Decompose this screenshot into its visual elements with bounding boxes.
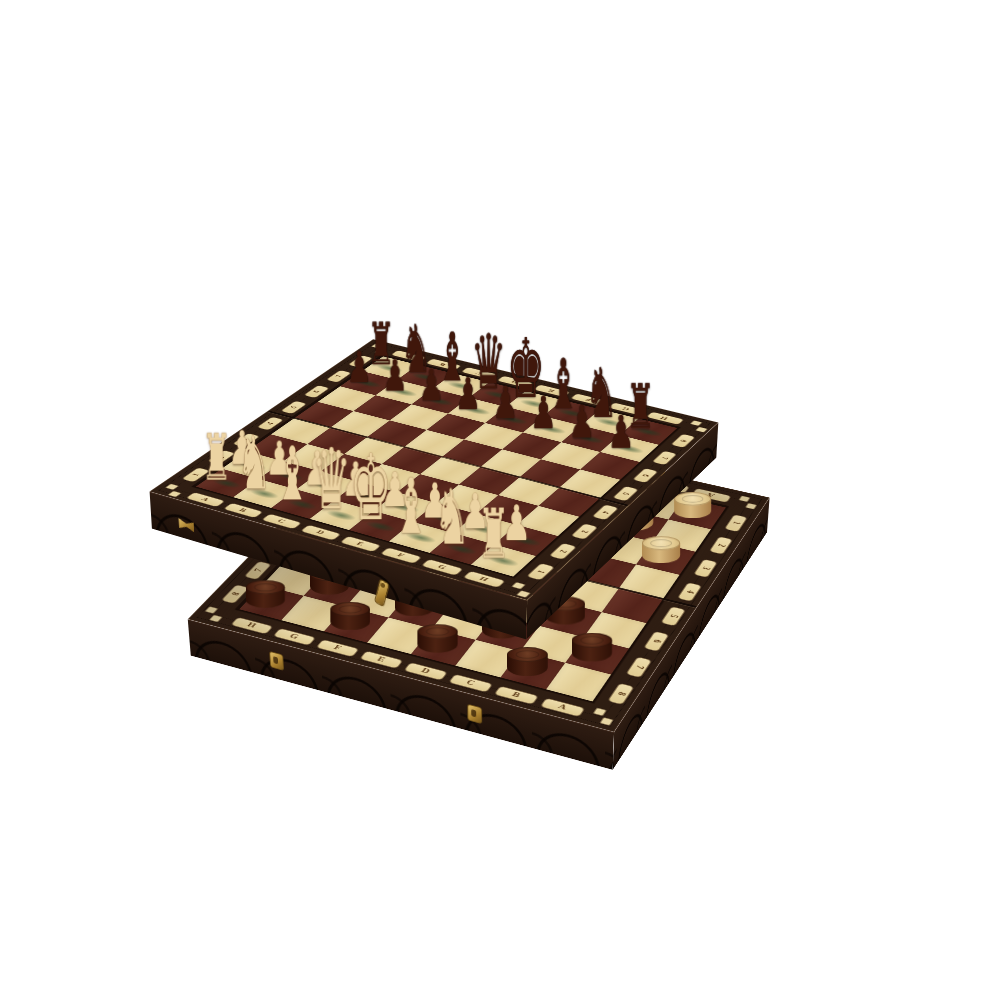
coordinate-label: 2 (708, 536, 732, 554)
coordinate-label: 3 (693, 558, 718, 577)
corner-inlay-tile (695, 427, 708, 433)
checker-top (417, 624, 457, 639)
coordinate-label: 1 (724, 514, 748, 532)
coordinate-text: 8 (229, 591, 240, 596)
coordinate-text: H (660, 416, 670, 421)
coordinate-text: 5 (620, 491, 630, 495)
square-h6 (580, 452, 640, 480)
checker-dark-h8 (246, 580, 285, 608)
corner-inlay-tile (209, 615, 223, 623)
coordinate-text: C (465, 679, 477, 687)
checker-top (330, 602, 370, 617)
coordinate-text: D (315, 529, 326, 535)
coordinate-text: B (439, 362, 448, 366)
coordinate-text: 1 (535, 569, 546, 574)
coordinate-text: 6 (312, 390, 321, 393)
checker-top (642, 536, 680, 550)
coordinate-label: 7 (625, 656, 652, 678)
coordinate-text: D (420, 667, 432, 675)
coordinate-text: 4 (684, 589, 695, 594)
coordinate-text: 8 (678, 439, 688, 443)
corner-inlay-tile (593, 707, 607, 716)
coordinate-text: G (288, 633, 300, 640)
checker-dark-f8 (330, 602, 370, 630)
coordinate-text: 3 (700, 566, 711, 571)
coordinate-text: A (706, 492, 716, 498)
coordinate-text: B (511, 691, 522, 699)
coordinate-text: B (238, 507, 249, 512)
coordinate-text: 6 (650, 638, 662, 643)
coordinate-text: F (584, 397, 593, 401)
square-a4 (619, 564, 679, 598)
coordinate-text: A (557, 703, 569, 711)
coordinate-text: 5 (667, 613, 679, 618)
coordinate-text: C (474, 371, 483, 375)
checker-light-a3 (642, 536, 680, 563)
rook-glyph: ♜ (468, 500, 520, 568)
coordinate-text: 8 (615, 691, 627, 697)
coordinate-text: 2 (557, 549, 568, 553)
coordinate-text: D (510, 379, 519, 383)
coordinate-text: G (436, 564, 448, 570)
corner-inlay-tile (599, 717, 613, 726)
brass-butterfly-hinge (179, 518, 195, 532)
coordinate-text: E (547, 388, 556, 392)
checker-top (507, 647, 548, 662)
coordinate-label: 7 (243, 561, 271, 580)
coordinate-label: 6 (643, 631, 669, 652)
square-h5 (560, 469, 621, 498)
coordinate-text: A (404, 354, 413, 358)
coordinate-text: 7 (334, 374, 343, 377)
coordinate-text: E (355, 541, 366, 547)
coordinate-text: G (622, 406, 632, 411)
coordinate-text: 5 (289, 405, 299, 409)
square-a8 (546, 663, 611, 702)
checker-top (572, 633, 613, 648)
coordinate-text: E (376, 656, 387, 663)
piece-light-rook-h1: ♜ (459, 492, 529, 568)
coordinate-text: C (276, 518, 287, 524)
corner-inlay-tile (511, 582, 526, 590)
coordinate-text: F (332, 644, 343, 651)
checker-dark-a7 (572, 633, 613, 662)
coordinate-text: H (478, 576, 490, 582)
coordinate-label: 8 (607, 682, 635, 704)
coordinate-text: A (200, 497, 211, 502)
coordinate-text: 8 (356, 359, 365, 362)
checker-dark-b8 (507, 647, 548, 676)
coordinate-text: 7 (633, 664, 645, 669)
checker-dark-d8 (417, 624, 457, 653)
coordinate-text: F (396, 552, 406, 558)
clasp-slot (471, 709, 476, 717)
corner-inlay-tile (745, 503, 757, 510)
coordinate-text: 1 (730, 521, 741, 526)
checker-top (246, 580, 285, 595)
coordinate-text: H (246, 622, 258, 629)
coordinate-text: 6 (640, 473, 650, 477)
brass-clasp (467, 703, 482, 723)
coordinate-text: 2 (715, 543, 726, 548)
coordinate-label: 5 (660, 606, 686, 626)
coordinate-text: 3 (579, 529, 590, 533)
coordinate-label: 4 (677, 582, 702, 602)
brass-clasp (269, 650, 284, 670)
coordinate-text: 7 (252, 568, 263, 573)
square-a5 (602, 588, 663, 623)
corner-inlay-tile (690, 420, 703, 426)
coordinate-text: 7 (659, 456, 669, 460)
product-photo-stage: HH11GG22FF33EE44DD55CC66BB77AA88 AA88BB7… (0, 0, 1000, 1000)
corner-inlay-tile (738, 495, 750, 502)
corner-inlay-tile (165, 484, 179, 491)
corner-inlay-tile (204, 606, 218, 614)
clasp-slot (273, 656, 278, 664)
latch-ring (380, 582, 386, 589)
coordinate-text: 4 (600, 510, 611, 514)
